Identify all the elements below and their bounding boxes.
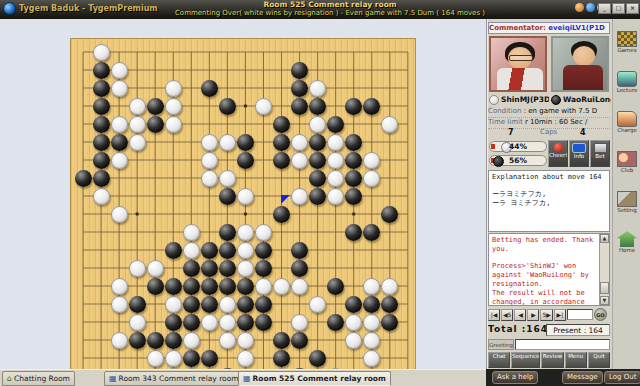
club-people-icon [617,151,637,167]
toolbar-home-button[interactable]: Home [615,231,639,265]
info-label: Info [570,153,588,159]
white-stone-icon [489,95,499,105]
black-stone [291,62,308,79]
black-stone [309,350,326,367]
greeting-row: Greeting [488,339,610,351]
white-stone [363,332,380,349]
review-button[interactable]: Review [541,352,563,368]
black-stone [93,134,110,151]
white-stone [93,44,110,61]
black-stone [309,188,326,205]
black-stone [129,296,146,313]
footer-bar: Ask a help Message Log Out [486,369,640,386]
titlebar-tool-icon-2[interactable] [586,3,595,12]
white-stone [111,278,128,295]
white-stone [201,314,218,331]
white-stone [111,116,128,133]
titlebar-tool-icon-1[interactable] [575,3,584,12]
white-stone [363,350,380,367]
black-stone [201,350,218,367]
white-stone [291,278,308,295]
black-stone [345,98,362,115]
black-stone [345,152,362,169]
black-stone [381,206,398,223]
white-player-name: ShinMJ(P3D) [501,95,549,104]
black-stone [201,260,218,277]
black-stone [255,260,272,277]
chat-button[interactable]: Chat [488,352,510,368]
black-stone [93,80,110,97]
black-stone [363,98,380,115]
black-stone [327,278,344,295]
white-win-percent: 44% [490,142,546,152]
white-stone [345,332,362,349]
nav-forward-button[interactable]: ▶ [527,309,539,321]
white-stone [147,260,164,277]
white-stone [165,296,182,313]
nav-back-button[interactable]: ◀ [514,309,526,321]
explanation-line-2: ーラヨミチフカ, [492,190,606,199]
white-stone [165,350,182,367]
black-stone [237,278,254,295]
commentator-bar: Commentator: eveiqiLV1(P1D [488,22,610,34]
black-stone [381,314,398,331]
white-stone [147,350,164,367]
black-stone [93,170,110,187]
condition-label: Condition [488,107,521,115]
black-win-percent: 56% [490,156,546,166]
white-stone [111,296,128,313]
black-stone [291,260,308,277]
app-globe-icon [3,2,16,15]
black-stone [201,242,218,259]
home-tab-icon: ⌂ [7,374,12,383]
black-stone [93,152,110,169]
black-stone [147,332,164,349]
black-stone [237,134,254,151]
black-player-photo [551,36,609,92]
right-toolbar: Games Lecture Charge Club Setting Home [612,19,640,369]
move-count-row: Total :164 Present : 164 [488,324,610,337]
white-stone [363,170,380,187]
white-stone [129,260,146,277]
explanation-box[interactable]: Explanation about move 164 ーラヨミチフカ, ーラ ヨ… [488,170,610,232]
black-stone [219,242,236,259]
black-stone [345,188,362,205]
nav-forward5-button[interactable]: 5▶ [540,309,552,321]
toolbar-club-button[interactable]: Club [615,151,639,185]
black-stone [183,296,200,313]
panel-buttons: Chat Sequence Review Menu Quit [488,352,610,368]
cheer-label: Cheer! [549,152,567,158]
greeting-label: Greeting [488,339,514,350]
black-stone [273,116,290,133]
black-stone [255,242,272,259]
white-stone [111,62,128,79]
black-stone [93,116,110,133]
close-button[interactable]: × [626,3,639,14]
setting-tools-icon [617,191,637,207]
white-captures: 7 [508,128,514,137]
black-stone [291,242,308,259]
black-stone [237,296,254,313]
black-captures: 4 [580,128,586,137]
tab-strip: ⌂Chatting Room ▦Room 343 Comment relay r… [0,369,486,386]
white-stone [327,134,344,151]
white-stone [165,80,182,97]
black-stone [111,134,128,151]
black-stone [291,332,308,349]
white-stone [291,134,308,151]
white-stone [309,116,326,133]
black-stone [219,278,236,295]
black-stone [309,98,326,115]
black-stone [183,314,200,331]
black-stone [201,80,218,97]
home-house-icon [617,231,637,247]
scroll-thumb[interactable] [600,282,609,294]
sequence-button[interactable]: Sequence [511,352,540,368]
black-stone [273,152,290,169]
black-stone-icon [551,95,561,105]
white-stone [183,224,200,241]
message-box[interactable]: Betting has ended. Thank you. Process>'S… [488,233,610,306]
black-stone [147,116,164,133]
white-stone [183,242,200,259]
white-stone [327,152,344,169]
cheer-ball-icon [554,143,563,152]
charge-jug-icon [617,111,637,127]
black-stone [291,80,308,97]
black-stone [201,278,218,295]
menu-button[interactable]: Menu [565,352,587,368]
white-stone [219,170,236,187]
black-stone [345,224,362,241]
white-stone [111,332,128,349]
black-stone [165,278,182,295]
window-title: Tygem Baduk - TygemPremium [19,4,158,13]
black-stone [183,350,200,367]
black-stone [129,332,146,349]
white-stone [255,98,272,115]
black-stone [219,98,236,115]
message-button[interactable]: Message [562,371,603,384]
black-win-slider[interactable]: 56% [489,155,547,166]
white-stone [129,116,146,133]
white-stone [111,80,128,97]
white-stone [237,224,254,241]
room-title: Room 525 Comment relay room [160,0,500,9]
toolbar-lecture-button[interactable]: Lecture [615,71,639,105]
black-stone [165,332,182,349]
white-stone [309,296,326,313]
white-stone [165,116,182,133]
white-stone [363,314,380,331]
black-stone [327,314,344,331]
tab-room-525[interactable]: ▦Room 525 Comment relay room [238,371,391,386]
condition-value: : en game with 7.5 D [521,107,597,115]
time-limit-value: r 10min : 60 Sec / [523,118,588,126]
go-board[interactable] [70,38,416,385]
white-stone [291,152,308,169]
black-stone [219,260,236,277]
black-stone [219,188,236,205]
black-stone [273,134,290,151]
title-bar: Tygem Baduk - TygemPremium Room 525 Comm… [0,0,640,19]
white-stone [201,134,218,151]
white-stone [129,98,146,115]
black-player-row: WaoRuiLong(P [551,94,611,105]
black-stone [165,242,182,259]
black-stone [273,332,290,349]
black-stone [381,296,398,313]
nav-last-button[interactable]: ▶| [554,309,566,321]
white-stone [219,314,236,331]
black-stone [345,170,362,187]
present-move: Present : 164 [546,324,610,336]
black-stone [345,296,362,313]
black-stone [273,350,290,367]
game-status-line: Commenting Over( white wins by resignati… [160,9,500,18]
white-stone [183,332,200,349]
toolbar-games-button[interactable]: Games [615,31,639,65]
black-stone [237,152,254,169]
white-stone [129,134,146,151]
black-stone [345,134,362,151]
white-stone [345,314,362,331]
log-out-button[interactable]: Log Out [604,371,640,384]
bet-dice-icon [594,143,607,153]
move-number-input[interactable] [567,309,593,320]
black-stone [93,62,110,79]
captures-row: 7 Caps 4 [488,128,610,139]
toolbar-charge-button[interactable]: Charge [615,111,639,145]
scroll-up-arrow[interactable]: ▲ [600,234,609,243]
black-stone [201,296,218,313]
black-stone [291,98,308,115]
white-player-row: ShinMJ(P3D) [489,94,549,105]
white-stone [309,80,326,97]
black-stone [273,206,290,223]
white-stone [363,152,380,169]
white-player-photo [489,36,547,92]
white-stone [165,98,182,115]
white-stone [201,152,218,169]
scroll-down-arrow[interactable]: ▼ [600,296,609,305]
toolbar-setting-button[interactable]: Setting [615,191,639,225]
black-stone [309,152,326,169]
last-move-blue-triangle-marker [281,195,290,204]
lecture-tv-icon [617,71,637,87]
commentator-label: Commentator: [489,24,546,32]
white-stone [381,116,398,133]
go-button[interactable]: GO [594,308,607,321]
info-bet-tag-icon [572,143,586,153]
greeting-input[interactable] [515,339,610,350]
message-p3: The result will not be changed, in accor… [492,289,598,306]
black-stone [255,314,272,331]
white-stone [273,278,290,295]
explanation-line-3: ーラ ヨミチフカ, [492,199,606,208]
white-stone [111,152,128,169]
games-grid-icon [617,31,637,47]
cheer-button[interactable]: Cheer! [548,140,568,167]
white-stone [93,188,110,205]
board-background [0,19,486,369]
nav-first-button[interactable]: |◀ [488,309,500,321]
message-p2: Process>'ShinWJ' won against 'WaoRuiLong… [492,262,598,289]
board-tab-icon-343: ▦ [109,374,117,383]
white-stone [237,188,254,205]
black-stone [147,278,164,295]
white-stone [201,170,218,187]
black-stone [183,278,200,295]
black-stone [237,314,254,331]
black-stone [255,296,272,313]
quit-button[interactable]: Quit [588,352,610,368]
white-stone [327,170,344,187]
time-limit-label: Time limit [488,118,523,126]
black-player-name: WaoRuiLong(P [563,95,611,104]
maximize-button[interactable]: □ [612,3,625,14]
board-tab-icon-525: ▦ [243,374,251,383]
black-stone [363,296,380,313]
black-stone [183,260,200,277]
tab-chatting-room[interactable]: ⌂Chatting Room [2,371,75,386]
white-stone [255,224,272,241]
white-stone [381,278,398,295]
black-stone [147,98,164,115]
white-stone [111,206,128,223]
black-stone [75,170,92,187]
bet-button[interactable]: Bet [590,140,610,167]
tab-room-343[interactable]: ▦Room 343 Comment relay room [104,371,244,386]
commentator-name: eveiqiLV1(P1D [546,24,605,32]
black-stone [309,134,326,151]
minimize-button[interactable]: _ [598,3,611,14]
white-stone [219,134,236,151]
message-p1: Betting has ended. Thank you. [492,236,598,254]
white-stone [219,296,236,313]
white-stone [291,314,308,331]
white-stone [237,350,254,367]
white-stone [255,278,272,295]
black-stone [327,116,344,133]
black-stone [219,224,236,241]
white-stone [327,188,344,205]
white-stone [291,188,308,205]
white-stone [237,260,254,277]
white-stone [237,332,254,349]
white-stone [129,314,146,331]
nav-back5-button[interactable]: ◀5 [501,309,513,321]
black-stone [165,314,182,331]
ask-a-help-button[interactable]: Ask a help [492,371,538,384]
explanation-title: Explanation about move 164 [492,173,606,182]
captures-label: Caps [540,128,557,136]
move-navigation: |◀ ◀5 ◀ ▶ 5▶ ▶| GO [488,308,610,321]
white-stone [237,242,254,259]
black-stone [93,98,110,115]
white-stone [363,278,380,295]
black-stone [363,224,380,241]
info-button[interactable]: Info [569,140,589,167]
black-stone [309,170,326,187]
white-win-slider[interactable]: 44% [489,141,547,152]
message-scrollbar[interactable]: ▲ ▼ [599,234,609,305]
bet-label: Bet [591,153,609,159]
white-stone [219,332,236,349]
titlebar-center: Room 525 Comment relay room Commenting O… [160,0,500,18]
total-moves: Total :164 [488,324,548,334]
